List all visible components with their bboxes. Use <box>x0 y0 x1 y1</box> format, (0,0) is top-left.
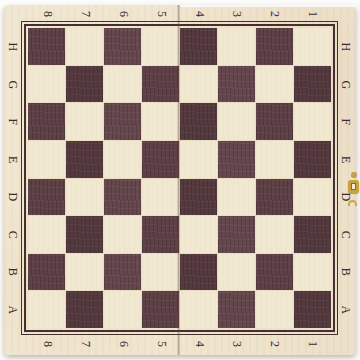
square-c5 <box>142 216 179 253</box>
square-h2 <box>256 28 293 65</box>
square-g2 <box>256 66 293 103</box>
square-c8 <box>28 216 65 253</box>
square-c4 <box>180 216 217 253</box>
square-c6 <box>104 216 141 253</box>
square-e1 <box>294 141 331 178</box>
square-f7 <box>66 103 103 140</box>
square-h1 <box>294 28 331 65</box>
square-e2 <box>256 141 293 178</box>
square-b3 <box>218 254 255 291</box>
clasp-pin <box>352 173 356 177</box>
square-b7 <box>66 254 103 291</box>
square-c3 <box>218 216 255 253</box>
square-d7 <box>66 179 103 216</box>
square-f3 <box>218 103 255 140</box>
square-f1 <box>294 103 331 140</box>
square-b6 <box>104 254 141 291</box>
square-d6 <box>104 179 141 216</box>
square-g7 <box>66 66 103 103</box>
square-b4 <box>180 254 217 291</box>
square-a6 <box>104 291 141 328</box>
clasp-ring <box>348 180 359 193</box>
square-a7 <box>66 291 103 328</box>
square-a4 <box>180 291 217 328</box>
square-g1 <box>294 66 331 103</box>
square-d1 <box>294 179 331 216</box>
square-d5 <box>142 179 179 216</box>
square-b8 <box>28 254 65 291</box>
rank-labels-bottom: 87654321 <box>29 336 332 352</box>
square-a3 <box>218 291 255 328</box>
square-f2 <box>256 103 293 140</box>
chessboard: 87654321 87654321 HGFEDCBA HGFEDCBA <box>4 5 355 355</box>
square-h8 <box>28 28 65 65</box>
square-f4 <box>180 103 217 140</box>
fold-step <box>180 5 355 7</box>
square-e6 <box>104 141 141 178</box>
square-e8 <box>28 141 65 178</box>
file-labels-left: HGFEDCBA <box>7 28 20 328</box>
square-e4 <box>180 141 217 178</box>
photo-background: 87654321 87654321 HGFEDCBA HGFEDCBA <box>0 0 360 360</box>
square-c1 <box>294 216 331 253</box>
square-h6 <box>104 28 141 65</box>
square-b5 <box>142 254 179 291</box>
square-c7 <box>66 216 103 253</box>
square-f5 <box>142 103 179 140</box>
square-g3 <box>218 66 255 103</box>
rank-labels-top: 87654321 <box>29 7 332 21</box>
square-g5 <box>142 66 179 103</box>
square-h3 <box>218 28 255 65</box>
square-h5 <box>142 28 179 65</box>
square-h4 <box>180 28 217 65</box>
square-c2 <box>256 216 293 253</box>
clasp-hook <box>348 200 357 206</box>
square-a2 <box>256 291 293 328</box>
square-g4 <box>180 66 217 103</box>
square-g8 <box>28 66 65 103</box>
square-d3 <box>218 179 255 216</box>
square-a8 <box>28 291 65 328</box>
brass-clasp-icon <box>345 173 359 209</box>
square-a5 <box>142 291 179 328</box>
square-e7 <box>66 141 103 178</box>
square-a1 <box>294 291 331 328</box>
square-d4 <box>180 179 217 216</box>
square-g6 <box>104 66 141 103</box>
square-h7 <box>66 28 103 65</box>
square-b2 <box>256 254 293 291</box>
square-e3 <box>218 141 255 178</box>
square-f6 <box>104 103 141 140</box>
square-d8 <box>28 179 65 216</box>
square-f8 <box>28 103 65 140</box>
square-b1 <box>294 254 331 291</box>
fold-seam-icon <box>177 5 180 355</box>
square-e5 <box>142 141 179 178</box>
square-d2 <box>256 179 293 216</box>
